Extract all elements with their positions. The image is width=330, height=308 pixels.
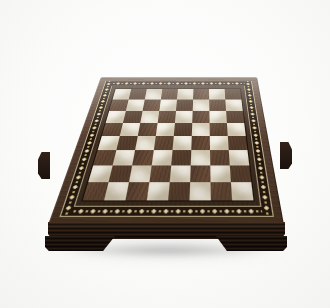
square-g4: [210, 136, 229, 150]
square-h8: [225, 89, 242, 100]
inlay-band-bottom: [61, 207, 273, 216]
square-d8: [161, 89, 178, 100]
square-c2: [129, 165, 152, 182]
square-h5: [227, 123, 246, 136]
square-g6: [209, 111, 227, 123]
square-c3: [132, 150, 154, 165]
square-g5: [210, 123, 228, 136]
square-g7: [209, 100, 226, 111]
square-e2: [170, 165, 191, 182]
square-e1: [168, 182, 190, 200]
square-f4: [191, 136, 210, 150]
square-c1: [125, 182, 149, 200]
square-f1: [189, 182, 210, 200]
square-f3: [191, 150, 211, 165]
square-e8: [177, 89, 193, 100]
square-e5: [174, 123, 192, 136]
product-photo-stage: [0, 0, 330, 308]
square-g2: [210, 165, 231, 182]
square-f7: [193, 100, 210, 111]
square-c8: [145, 89, 163, 100]
square-e7: [176, 100, 193, 111]
square-c4: [135, 136, 156, 150]
perspective-layer: [0, 0, 330, 308]
square-h7: [225, 100, 242, 111]
square-h3: [229, 150, 250, 165]
square-h6: [226, 111, 244, 123]
square-f2: [190, 165, 210, 182]
square-f5: [192, 123, 210, 136]
square-d5: [156, 123, 175, 136]
chessboard: [48, 77, 284, 225]
square-e4: [173, 136, 192, 150]
square-f6: [192, 111, 209, 123]
square-h4: [228, 136, 248, 150]
square-g8: [209, 89, 225, 100]
square-c5: [138, 123, 158, 136]
square-c6: [140, 111, 159, 123]
square-d3: [152, 150, 173, 165]
square-d2: [149, 165, 171, 182]
square-f8: [193, 89, 209, 100]
square-e3: [171, 150, 191, 165]
square-h2: [230, 165, 252, 182]
square-g1: [211, 182, 233, 200]
square-h1: [231, 182, 254, 200]
square-d1: [147, 182, 170, 200]
square-g3: [210, 150, 230, 165]
square-e6: [175, 111, 193, 123]
square-c7: [143, 100, 161, 111]
square-d7: [159, 100, 177, 111]
square-d6: [158, 111, 176, 123]
front-foot-left: [45, 236, 115, 251]
square-d4: [154, 136, 174, 150]
